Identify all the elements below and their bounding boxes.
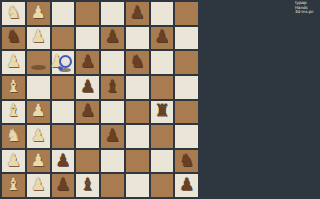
white-pawn-piece: ♟ — [31, 176, 46, 193]
square-a3[interactable]: ♞ — [2, 125, 25, 148]
square-g1[interactable] — [151, 174, 174, 197]
dark-pawn-piece: ♟ — [80, 53, 95, 70]
white-pawn-piece: ♟ — [31, 152, 46, 169]
square-e4[interactable] — [101, 101, 124, 124]
square-d4[interactable]: ♟ — [76, 101, 99, 124]
square-f4[interactable] — [126, 101, 149, 124]
square-c4[interactable] — [52, 101, 75, 124]
dark-pawn-piece: ♟ — [130, 4, 145, 21]
square-h2[interactable]: ♞ — [175, 150, 198, 173]
square-b8[interactable]: ♟ — [27, 2, 50, 25]
square-a5[interactable]: ♝ — [2, 76, 25, 99]
square-b2[interactable]: ♟ — [27, 150, 50, 173]
dark-rook-piece: ♜ — [154, 102, 169, 119]
dark-pawn-piece: ♟ — [105, 28, 120, 45]
square-e6[interactable] — [101, 51, 124, 74]
dark-pawn-piece: ♟ — [154, 28, 169, 45]
square-a1[interactable]: ♝ — [2, 174, 25, 197]
dark-knight-piece: ♞ — [6, 28, 21, 45]
square-b3[interactable]: ♟ — [27, 125, 50, 148]
square-d5[interactable]: ♟ — [76, 76, 99, 99]
square-d6[interactable]: ♟ — [76, 51, 99, 74]
square-b5[interactable] — [27, 76, 50, 99]
square-a4[interactable]: ♝ — [2, 101, 25, 124]
dark-pawn-piece: ♟ — [80, 78, 95, 95]
dark-pawn-piece: ♟ — [80, 102, 95, 119]
square-g8[interactable] — [151, 2, 174, 25]
white-pawn-piece: ♟ — [31, 28, 46, 45]
square-f7[interactable] — [126, 27, 149, 50]
white-bishop-piece: ♝ — [6, 102, 21, 119]
white-pawn-piece: ♟ — [31, 102, 46, 119]
white-pawn-piece: ♟ — [6, 53, 21, 70]
white-pawn-piece: ♟ — [31, 4, 46, 21]
square-a7[interactable]: ♞ — [2, 27, 25, 50]
square-f6[interactable]: ♞ — [126, 51, 149, 74]
square-d2[interactable] — [76, 150, 99, 173]
square-c2[interactable]: ♟ — [52, 150, 75, 173]
dark-pawn-piece: ♟ — [179, 176, 194, 193]
dark-bishop-piece: ♝ — [105, 78, 120, 95]
square-e3[interactable]: ♟ — [101, 125, 124, 148]
magnifier-cursor-icon — [57, 54, 73, 72]
square-d8[interactable] — [76, 2, 99, 25]
square-a6[interactable]: ♟ — [2, 51, 25, 74]
dark-pawn-piece: ♟ — [55, 176, 70, 193]
square-c7[interactable] — [52, 27, 75, 50]
square-b1[interactable]: ♟ — [27, 174, 50, 197]
square-g2[interactable] — [151, 150, 174, 173]
square-g5[interactable] — [151, 76, 174, 99]
dark-knight-piece: ♞ — [130, 53, 145, 70]
dark-pawn-piece: ♟ — [105, 127, 120, 144]
square-h6[interactable] — [175, 51, 198, 74]
square-b7[interactable]: ♟ — [27, 27, 50, 50]
square-g4[interactable]: ♜ — [151, 101, 174, 124]
square-e2[interactable] — [101, 150, 124, 173]
white-pawn-piece: ♟ — [6, 152, 21, 169]
square-b4[interactable]: ♟ — [27, 101, 50, 124]
square-f8[interactable]: ♟ — [126, 2, 149, 25]
square-d3[interactable] — [76, 125, 99, 148]
square-b6[interactable] — [27, 51, 50, 74]
square-d7[interactable] — [76, 27, 99, 50]
white-knight-piece: ♞ — [6, 127, 21, 144]
square-g6[interactable] — [151, 51, 174, 74]
square-h1[interactable]: ♟ — [175, 174, 198, 197]
square-d1[interactable]: ♝ — [76, 174, 99, 197]
piece-shadow-decal — [31, 65, 46, 70]
square-e1[interactable] — [101, 174, 124, 197]
square-g3[interactable] — [151, 125, 174, 148]
chess-board: ♞♟♟♞♟♟♟♟♟♟♞♝♟♝♝♟♟♜♞♟♟♟♟♟♞♝♟♟♝♟ — [0, 0, 200, 199]
square-c6[interactable]: ♟ — [52, 51, 75, 74]
square-c5[interactable] — [52, 76, 75, 99]
white-knight-piece: ♞ — [6, 4, 21, 21]
square-h5[interactable] — [175, 76, 198, 99]
dark-bishop-piece: ♝ — [80, 176, 95, 193]
square-f1[interactable] — [126, 174, 149, 197]
square-e7[interactable]: ♟ — [101, 27, 124, 50]
square-a2[interactable]: ♟ — [2, 150, 25, 173]
square-a8[interactable]: ♞ — [2, 2, 25, 25]
square-c8[interactable] — [52, 2, 75, 25]
square-f3[interactable] — [126, 125, 149, 148]
white-pawn-piece: ♟ — [31, 127, 46, 144]
white-bishop-piece: ♝ — [6, 78, 21, 95]
square-h7[interactable] — [175, 27, 198, 50]
square-f5[interactable] — [126, 76, 149, 99]
dark-pawn-piece: ♟ — [55, 152, 70, 169]
square-f2[interactable] — [126, 150, 149, 173]
square-h3[interactable] — [175, 125, 198, 148]
square-e5[interactable]: ♝ — [101, 76, 124, 99]
square-c3[interactable] — [52, 125, 75, 148]
square-e8[interactable] — [101, 2, 124, 25]
square-g7[interactable]: ♟ — [151, 27, 174, 50]
square-h4[interactable] — [175, 101, 198, 124]
dark-knight-piece: ♞ — [179, 152, 194, 169]
white-bishop-piece: ♝ — [6, 176, 21, 193]
square-h8[interactable] — [175, 2, 198, 25]
square-c1[interactable]: ♟ — [52, 174, 75, 197]
